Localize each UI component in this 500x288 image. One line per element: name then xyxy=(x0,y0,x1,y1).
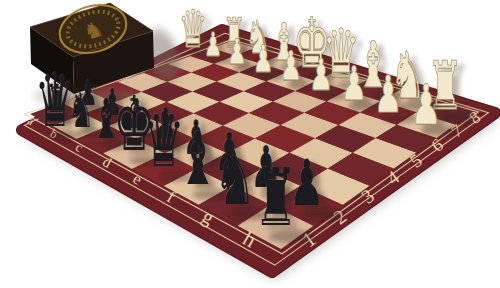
piece-contact-shadow xyxy=(190,50,213,57)
piece-contact-shadow xyxy=(301,208,343,220)
piece-contact-shadow xyxy=(191,156,223,165)
piece-contact-shadow xyxy=(269,230,313,243)
piece-contact-shadow xyxy=(254,56,278,63)
piece-contact-shadow xyxy=(133,128,160,136)
piece-contact-shadow xyxy=(261,189,299,200)
piece-contact-shadow xyxy=(102,142,129,150)
piece-contact-shadow xyxy=(229,209,268,220)
piece-contact-shadow xyxy=(349,102,381,111)
piece-contact-shadow xyxy=(193,190,228,200)
piece-contact-shadow xyxy=(160,172,192,181)
piece-contact-shadow xyxy=(224,172,259,182)
piece-contact-shadow xyxy=(84,105,107,112)
piece-contact-shadow xyxy=(108,116,133,123)
piece-contact-shadow xyxy=(439,113,475,124)
piece-contact-shadow xyxy=(369,91,400,100)
piece-contact-shadow xyxy=(308,73,335,81)
piece-contact-shadow xyxy=(54,117,77,124)
piece-contact-shadow xyxy=(421,126,458,137)
piece-contact-shadow xyxy=(337,82,366,90)
piece-contact-shadow xyxy=(130,156,159,164)
piece-contact-shadow xyxy=(317,92,346,100)
piece-contact-shadow xyxy=(210,57,232,63)
chess-set-product-photo: abcdefgh12345678♞ ♜♛♞♟♝♟♚♟♛♟♝♟♞♟♟♜♟♟♜♟♟♞… xyxy=(0,0,500,288)
piece-contact-shadow xyxy=(234,65,258,72)
box-shadow-front xyxy=(33,89,143,103)
piece-contact-shadow xyxy=(260,73,285,80)
piece-contact-shadow xyxy=(161,142,190,150)
chess-board: abcdefgh12345678♞ xyxy=(0,0,500,288)
piece-contact-shadow xyxy=(280,64,305,71)
piece-contact-shadow xyxy=(230,49,252,55)
piece-contact-shadow xyxy=(403,102,437,112)
piece-contact-shadow xyxy=(51,131,82,140)
piece-contact-shadow xyxy=(383,113,417,123)
piece-contact-shadow xyxy=(287,82,314,90)
